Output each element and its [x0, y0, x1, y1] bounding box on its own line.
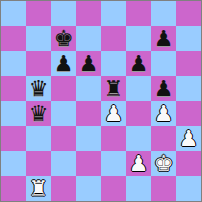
- square-g1[interactable]: [151, 176, 176, 201]
- square-h7[interactable]: [176, 26, 201, 51]
- square-g5[interactable]: ♟: [151, 76, 176, 101]
- square-a5[interactable]: [1, 76, 26, 101]
- square-b2[interactable]: [26, 151, 51, 176]
- square-f3[interactable]: [126, 126, 151, 151]
- piece-white-pawn[interactable]: ♟: [129, 151, 149, 176]
- square-d5[interactable]: [76, 76, 101, 101]
- piece-black-rook[interactable]: ♜: [104, 76, 124, 101]
- square-f2[interactable]: ♟: [126, 151, 151, 176]
- square-e1[interactable]: [101, 176, 126, 201]
- piece-white-pawn[interactable]: ♟: [154, 101, 174, 126]
- square-b4[interactable]: ♛: [26, 101, 51, 126]
- square-g8[interactable]: [151, 1, 176, 26]
- square-h8[interactable]: [176, 1, 201, 26]
- square-c1[interactable]: [51, 176, 76, 201]
- square-d1[interactable]: [76, 176, 101, 201]
- square-c6[interactable]: ♟: [51, 51, 76, 76]
- piece-black-pawn[interactable]: ♟: [154, 76, 174, 101]
- square-c7[interactable]: ♚: [51, 26, 76, 51]
- square-e8[interactable]: [101, 1, 126, 26]
- square-d3[interactable]: [76, 126, 101, 151]
- square-d4[interactable]: [76, 101, 101, 126]
- square-b5[interactable]: ♛: [26, 76, 51, 101]
- square-g6[interactable]: [151, 51, 176, 76]
- square-h5[interactable]: [176, 76, 201, 101]
- square-a8[interactable]: [1, 1, 26, 26]
- square-h6[interactable]: [176, 51, 201, 76]
- square-c4[interactable]: [51, 101, 76, 126]
- square-h1[interactable]: [176, 176, 201, 201]
- square-d7[interactable]: [76, 26, 101, 51]
- square-b8[interactable]: [26, 1, 51, 26]
- square-e3[interactable]: [101, 126, 126, 151]
- square-h3[interactable]: ♟: [176, 126, 201, 151]
- square-a3[interactable]: [1, 126, 26, 151]
- piece-black-pawn[interactable]: ♟: [79, 51, 99, 76]
- square-h2[interactable]: [176, 151, 201, 176]
- square-e4[interactable]: ♟: [101, 101, 126, 126]
- square-h4[interactable]: [176, 101, 201, 126]
- square-f6[interactable]: ♟: [126, 51, 151, 76]
- chess-board-frame: ♚♟♟♟♟♛♜♟♛♟♟♟♟♚♜: [0, 0, 202, 202]
- square-g2[interactable]: ♚: [151, 151, 176, 176]
- square-g7[interactable]: ♟: [151, 26, 176, 51]
- square-g3[interactable]: [151, 126, 176, 151]
- square-f4[interactable]: [126, 101, 151, 126]
- square-d8[interactable]: [76, 1, 101, 26]
- square-e7[interactable]: [101, 26, 126, 51]
- piece-white-king[interactable]: ♚: [154, 151, 174, 176]
- piece-black-queen[interactable]: ♛: [29, 76, 49, 101]
- square-a4[interactable]: [1, 101, 26, 126]
- square-f7[interactable]: [126, 26, 151, 51]
- square-a2[interactable]: [1, 151, 26, 176]
- square-e5[interactable]: ♜: [101, 76, 126, 101]
- square-a6[interactable]: [1, 51, 26, 76]
- square-c5[interactable]: [51, 76, 76, 101]
- piece-white-pawn[interactable]: ♟: [179, 126, 199, 151]
- piece-black-pawn[interactable]: ♟: [54, 51, 74, 76]
- square-g4[interactable]: ♟: [151, 101, 176, 126]
- square-b7[interactable]: [26, 26, 51, 51]
- square-b1[interactable]: ♜: [26, 176, 51, 201]
- piece-black-pawn[interactable]: ♟: [129, 51, 149, 76]
- square-e2[interactable]: [101, 151, 126, 176]
- square-a1[interactable]: [1, 176, 26, 201]
- square-f5[interactable]: [126, 76, 151, 101]
- square-c2[interactable]: [51, 151, 76, 176]
- square-f1[interactable]: [126, 176, 151, 201]
- square-b3[interactable]: [26, 126, 51, 151]
- chess-board: ♚♟♟♟♟♛♜♟♛♟♟♟♟♚♜: [1, 1, 201, 201]
- piece-white-rook[interactable]: ♜: [29, 176, 49, 201]
- square-a7[interactable]: [1, 26, 26, 51]
- square-f8[interactable]: [126, 1, 151, 26]
- square-d6[interactable]: ♟: [76, 51, 101, 76]
- square-d2[interactable]: [76, 151, 101, 176]
- square-c8[interactable]: [51, 1, 76, 26]
- piece-black-pawn[interactable]: ♟: [154, 26, 174, 51]
- piece-black-king[interactable]: ♚: [54, 26, 74, 51]
- piece-white-pawn[interactable]: ♟: [104, 101, 124, 126]
- square-e6[interactable]: [101, 51, 126, 76]
- piece-black-queen[interactable]: ♛: [29, 101, 49, 126]
- square-b6[interactable]: [26, 51, 51, 76]
- square-c3[interactable]: [51, 126, 76, 151]
